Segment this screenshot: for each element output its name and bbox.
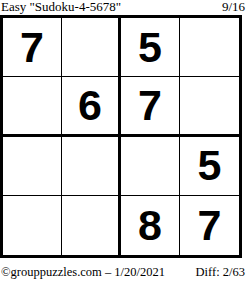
header: Easy "Sudoku-4-5678" 9/16: [0, 0, 247, 14]
sudoku-board: 7 5 6 7 5 8 7: [0, 15, 242, 258]
cell-r4c2[interactable]: [62, 196, 121, 255]
difficulty-text: Diff: 2/63: [196, 265, 245, 279]
cell-r1c1[interactable]: 7: [3, 18, 62, 77]
cell-r1c3[interactable]: 5: [121, 18, 180, 77]
cell-r4c4[interactable]: 7: [180, 196, 239, 255]
page-indicator: 9/16: [222, 0, 245, 14]
puzzle-title: Easy "Sudoku-4-5678": [1, 0, 121, 14]
cell-r2c4[interactable]: [180, 77, 239, 136]
cell-r2c1[interactable]: [3, 77, 62, 136]
cell-r3c1[interactable]: [3, 137, 62, 196]
cell-r3c3[interactable]: [121, 137, 180, 196]
cell-r3c2[interactable]: [62, 137, 121, 196]
cell-r4c1[interactable]: [3, 196, 62, 255]
footer: ©grouppuzzles.com – 1/20/2021 Diff: 2/63: [0, 265, 247, 279]
copyright-text: ©grouppuzzles.com – 1/20/2021: [1, 265, 165, 279]
cell-r1c2[interactable]: [62, 18, 121, 77]
cell-r1c4[interactable]: [180, 18, 239, 77]
cell-r4c3[interactable]: 8: [121, 196, 180, 255]
cell-r2c3[interactable]: 7: [121, 77, 180, 136]
cell-r2c2[interactable]: 6: [62, 77, 121, 136]
cell-r3c4[interactable]: 5: [180, 137, 239, 196]
